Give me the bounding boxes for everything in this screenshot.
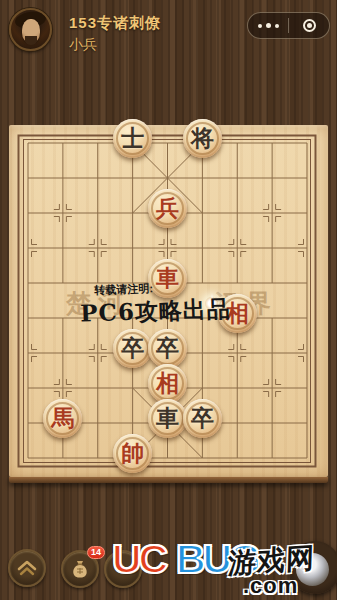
board-bottom-edge: [9, 477, 328, 483]
wechat-capsule: [247, 12, 330, 39]
exit-button[interactable]: [289, 13, 329, 38]
chevron-up-icon: [16, 558, 38, 578]
piece-black-general[interactable]: 将: [183, 119, 222, 158]
piece-glyph: 兵: [156, 196, 179, 219]
exit-target-icon: [303, 19, 316, 32]
level-rank: 小兵: [69, 36, 97, 54]
player-avatar: [9, 8, 52, 51]
more-dots-icon: [258, 23, 279, 28]
piece-black-advisor[interactable]: 士: [113, 119, 152, 158]
piece-glyph: 卒: [156, 336, 179, 359]
piece-glyph: 車: [156, 406, 179, 429]
piece-glyph: 卒: [121, 336, 144, 359]
collapse-button[interactable]: [8, 549, 46, 587]
watermark-brand: PC6攻略出品: [80, 293, 232, 329]
piece-glyph: 相: [156, 371, 179, 394]
hidden-button[interactable]: [104, 550, 142, 588]
more-button[interactable]: [248, 13, 288, 38]
metal-ball-ornament: [289, 541, 337, 594]
piece-red-horse[interactable]: 馬: [43, 399, 82, 438]
watermark-bug: BUG: [176, 536, 258, 583]
piece-black-soldier[interactable]: 卒: [148, 329, 187, 368]
piece-red-elephant[interactable]: 相: [148, 364, 187, 403]
piece-glyph: 士: [121, 126, 144, 149]
avatar-beard: [25, 36, 37, 45]
piece-glyph: 卒: [191, 406, 214, 429]
money-bag-icon: [68, 557, 92, 581]
bag-badge: 14: [87, 546, 105, 559]
piece-glyph: 帥: [121, 441, 144, 464]
piece-black-chariot[interactable]: 車: [148, 399, 187, 438]
piece-black-soldier[interactable]: 卒: [113, 329, 152, 368]
center-watermark: 转载请注明: PC6攻略出品: [79, 278, 231, 329]
piece-glyph: 将: [191, 126, 214, 149]
xiangqi-app-screen: 153专诸刺僚 小兵 楚河 汉界 士将兵車相卒卒相馬車卒帥 转载请注明: PC6…: [0, 0, 337, 600]
piece-red-general[interactable]: 帥: [113, 434, 152, 473]
piece-black-soldier[interactable]: 卒: [183, 399, 222, 438]
level-title: 153专诸刺僚: [69, 14, 161, 33]
piece-glyph: 馬: [51, 406, 74, 429]
piece-red-soldier[interactable]: 兵: [148, 189, 187, 228]
